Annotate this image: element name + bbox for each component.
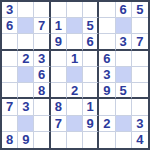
cell-r8c8[interactable] (116, 116, 132, 132)
cell-r2c9[interactable] (132, 18, 148, 34)
cell-r7c9[interactable] (132, 99, 148, 115)
cell-r4c7[interactable]: 6 (99, 51, 115, 67)
cell-r6c7[interactable]: 9 (99, 83, 115, 99)
cell-r6c4[interactable] (51, 83, 67, 99)
cell-r1c2[interactable] (18, 2, 34, 18)
cell-r5c5[interactable] (67, 67, 83, 83)
cell-r8c2[interactable] (18, 116, 34, 132)
cell-r7c6[interactable]: 1 (83, 99, 99, 115)
cell-r3c1[interactable] (2, 34, 18, 50)
cell-r9c6[interactable] (83, 132, 99, 148)
cell-r9c3[interactable] (34, 132, 50, 148)
cell-r8c4[interactable]: 7 (51, 116, 67, 132)
cell-r7c1[interactable]: 7 (2, 99, 18, 115)
cell-r1c9[interactable]: 5 (132, 2, 148, 18)
cell-r8c5[interactable] (67, 116, 83, 132)
cell-r9c8[interactable] (116, 132, 132, 148)
cell-r8c1[interactable] (2, 116, 18, 132)
cell-r8c9[interactable]: 3 (132, 116, 148, 132)
cell-r1c8[interactable]: 6 (116, 2, 132, 18)
cell-r4c3[interactable]: 3 (34, 51, 50, 67)
cell-r2c7[interactable] (99, 18, 115, 34)
cell-r1c4[interactable] (51, 2, 67, 18)
cell-r3c4[interactable]: 9 (51, 34, 67, 50)
cell-r2c6[interactable]: 5 (83, 18, 99, 34)
cell-r5c4[interactable] (51, 67, 67, 83)
cell-r4c5[interactable]: 1 (67, 51, 83, 67)
cell-r9c1[interactable]: 8 (2, 132, 18, 148)
cell-r5c8[interactable] (116, 67, 132, 83)
cell-r4c8[interactable] (116, 51, 132, 67)
cell-r9c4[interactable] (51, 132, 67, 148)
cell-r5c2[interactable] (18, 67, 34, 83)
cell-r1c3[interactable] (34, 2, 50, 18)
cell-r9c9[interactable]: 4 (132, 132, 148, 148)
cell-r5c6[interactable] (83, 67, 99, 83)
cell-r9c2[interactable]: 9 (18, 132, 34, 148)
cell-r5c9[interactable] (132, 67, 148, 83)
cell-r3c2[interactable] (18, 34, 34, 50)
cell-r8c3[interactable] (34, 116, 50, 132)
cell-r6c6[interactable] (83, 83, 99, 99)
cell-r2c1[interactable]: 6 (2, 18, 18, 34)
cell-r2c8[interactable] (116, 18, 132, 34)
cell-r9c5[interactable] (67, 132, 83, 148)
cell-r1c5[interactable] (67, 2, 83, 18)
cell-r5c3[interactable]: 6 (34, 67, 50, 83)
cell-r1c6[interactable] (83, 2, 99, 18)
cell-r7c8[interactable] (116, 99, 132, 115)
cell-r8c6[interactable]: 9 (83, 116, 99, 132)
cell-r1c1[interactable]: 3 (2, 2, 18, 18)
cell-r3c7[interactable] (99, 34, 115, 50)
cell-r4c2[interactable]: 2 (18, 51, 34, 67)
cell-r2c5[interactable] (67, 18, 83, 34)
sudoku-board: 36567159637231663829573817923894 (0, 0, 150, 150)
cell-r1c7[interactable] (99, 2, 115, 18)
cell-r5c7[interactable]: 3 (99, 67, 115, 83)
cell-r6c5[interactable]: 2 (67, 83, 83, 99)
cell-r7c3[interactable] (34, 99, 50, 115)
cell-r6c9[interactable] (132, 83, 148, 99)
cell-r2c2[interactable] (18, 18, 34, 34)
cell-r2c4[interactable]: 1 (51, 18, 67, 34)
cell-r2c3[interactable]: 7 (34, 18, 50, 34)
cell-r3c5[interactable] (67, 34, 83, 50)
cell-r8c7[interactable]: 2 (99, 116, 115, 132)
cell-r7c7[interactable] (99, 99, 115, 115)
cell-r4c1[interactable] (2, 51, 18, 67)
cell-r9c7[interactable] (99, 132, 115, 148)
cell-r4c9[interactable] (132, 51, 148, 67)
cell-r3c8[interactable]: 3 (116, 34, 132, 50)
cell-r6c2[interactable] (18, 83, 34, 99)
cell-r4c4[interactable] (51, 51, 67, 67)
cell-r3c3[interactable] (34, 34, 50, 50)
cell-r5c1[interactable] (2, 67, 18, 83)
cell-r7c4[interactable]: 8 (51, 99, 67, 115)
cell-r7c5[interactable] (67, 99, 83, 115)
cell-r3c6[interactable]: 6 (83, 34, 99, 50)
cell-r7c2[interactable]: 3 (18, 99, 34, 115)
cell-r3c9[interactable]: 7 (132, 34, 148, 50)
cell-r6c1[interactable] (2, 83, 18, 99)
cell-r4c6[interactable] (83, 51, 99, 67)
cell-r6c3[interactable]: 8 (34, 83, 50, 99)
cell-r6c8[interactable]: 5 (116, 83, 132, 99)
